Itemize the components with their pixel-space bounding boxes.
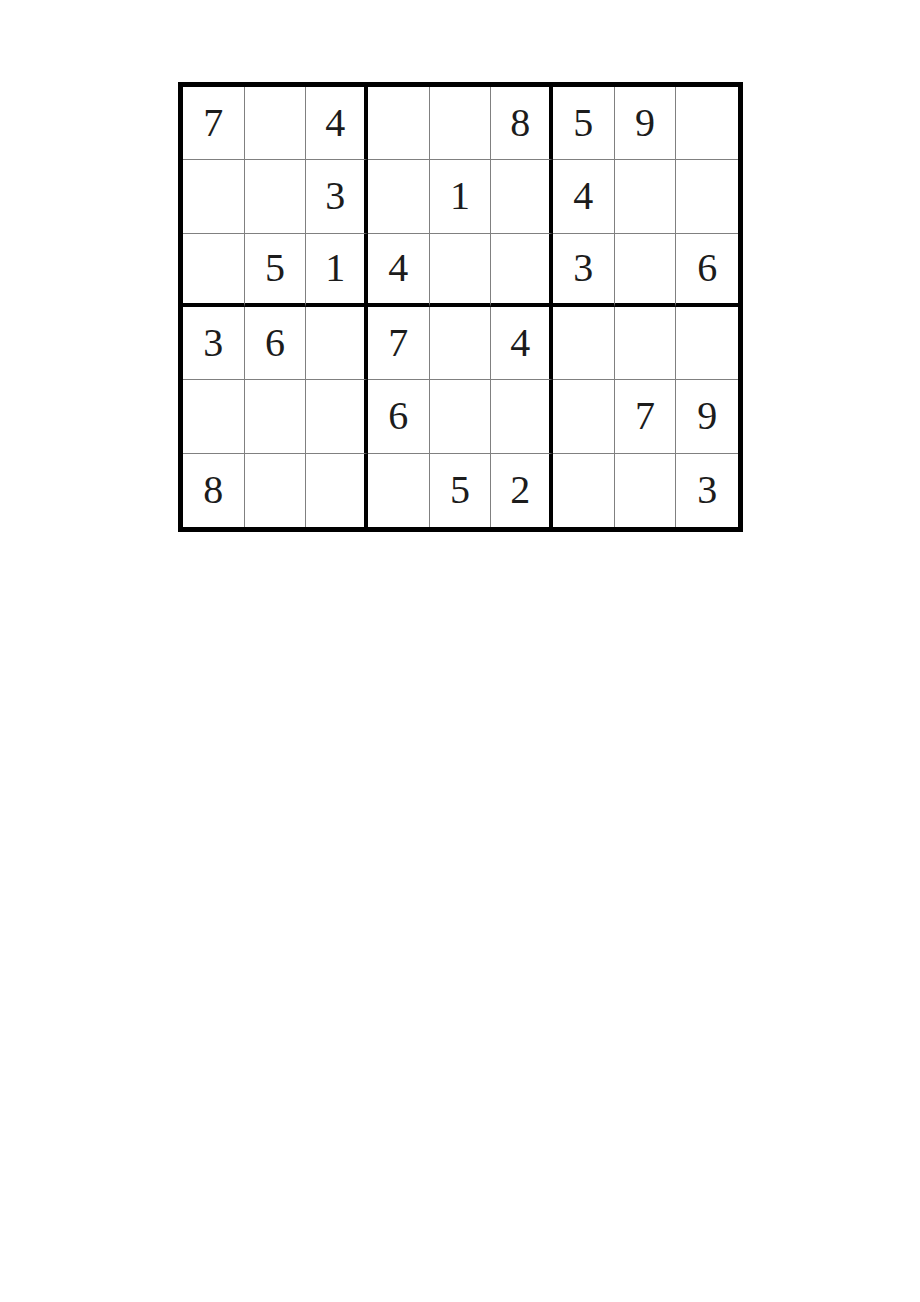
sudoku-board: 7 4 8 5 9 3 1 4 5 1 4 3 6 3 6 7 4 bbox=[178, 82, 743, 532]
cell-r6c3[interactable] bbox=[306, 454, 368, 527]
cell-r5c6[interactable] bbox=[491, 380, 553, 453]
cell-r4c5[interactable] bbox=[430, 307, 492, 380]
cell-r1c1[interactable]: 7 bbox=[183, 87, 245, 160]
cell-r2c9[interactable] bbox=[676, 160, 738, 233]
cell-r1c9[interactable] bbox=[676, 87, 738, 160]
cell-r5c9[interactable]: 9 bbox=[676, 380, 738, 453]
cell-r4c2[interactable]: 6 bbox=[245, 307, 307, 380]
cell-r1c2[interactable] bbox=[245, 87, 307, 160]
cell-r4c7[interactable] bbox=[553, 307, 615, 380]
cell-r3c3[interactable]: 1 bbox=[306, 234, 368, 307]
cell-r5c4[interactable]: 6 bbox=[368, 380, 430, 453]
cell-r3c7[interactable]: 3 bbox=[553, 234, 615, 307]
cell-r5c2[interactable] bbox=[245, 380, 307, 453]
cell-r6c5[interactable]: 5 bbox=[430, 454, 492, 527]
cell-r1c8[interactable]: 9 bbox=[615, 87, 677, 160]
cell-r4c8[interactable] bbox=[615, 307, 677, 380]
cell-r4c4[interactable]: 7 bbox=[368, 307, 430, 380]
page: 7 4 8 5 9 3 1 4 5 1 4 3 6 3 6 7 4 bbox=[0, 0, 920, 1302]
cell-r1c7[interactable]: 5 bbox=[553, 87, 615, 160]
cell-r4c1[interactable]: 3 bbox=[183, 307, 245, 380]
cell-r4c9[interactable] bbox=[676, 307, 738, 380]
cell-r6c6[interactable]: 2 bbox=[491, 454, 553, 527]
cell-r6c7[interactable] bbox=[553, 454, 615, 527]
cell-r2c2[interactable] bbox=[245, 160, 307, 233]
cell-r2c4[interactable] bbox=[368, 160, 430, 233]
cell-r6c4[interactable] bbox=[368, 454, 430, 527]
cell-r5c3[interactable] bbox=[306, 380, 368, 453]
cell-r2c6[interactable] bbox=[491, 160, 553, 233]
cell-r2c5[interactable]: 1 bbox=[430, 160, 492, 233]
cell-r5c5[interactable] bbox=[430, 380, 492, 453]
cell-r3c4[interactable]: 4 bbox=[368, 234, 430, 307]
cell-r3c8[interactable] bbox=[615, 234, 677, 307]
cell-r1c6[interactable]: 8 bbox=[491, 87, 553, 160]
cell-r6c9[interactable]: 3 bbox=[676, 454, 738, 527]
cell-r2c3[interactable]: 3 bbox=[306, 160, 368, 233]
cell-r3c6[interactable] bbox=[491, 234, 553, 307]
cell-r3c2[interactable]: 5 bbox=[245, 234, 307, 307]
cell-r3c1[interactable] bbox=[183, 234, 245, 307]
cell-r5c8[interactable]: 7 bbox=[615, 380, 677, 453]
cell-r1c5[interactable] bbox=[430, 87, 492, 160]
cell-r2c7[interactable]: 4 bbox=[553, 160, 615, 233]
cell-r6c2[interactable] bbox=[245, 454, 307, 527]
cell-r5c7[interactable] bbox=[553, 380, 615, 453]
cell-r6c1[interactable]: 8 bbox=[183, 454, 245, 527]
cell-r2c8[interactable] bbox=[615, 160, 677, 233]
cell-r5c1[interactable] bbox=[183, 380, 245, 453]
cell-r4c6[interactable]: 4 bbox=[491, 307, 553, 380]
cell-r6c8[interactable] bbox=[615, 454, 677, 527]
cell-r1c3[interactable]: 4 bbox=[306, 87, 368, 160]
cell-r3c9[interactable]: 6 bbox=[676, 234, 738, 307]
cell-r3c5[interactable] bbox=[430, 234, 492, 307]
cell-r4c3[interactable] bbox=[306, 307, 368, 380]
cell-r1c4[interactable] bbox=[368, 87, 430, 160]
cell-r2c1[interactable] bbox=[183, 160, 245, 233]
